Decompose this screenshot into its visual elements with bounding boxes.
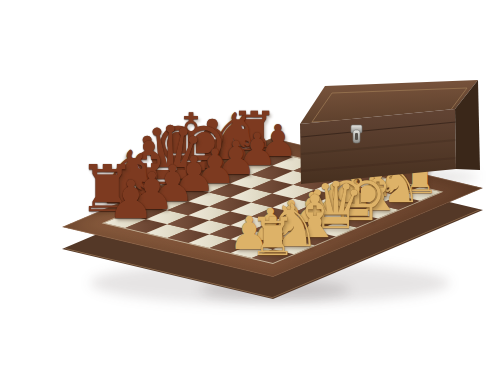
- piece-bp-g7: ♟: [237, 127, 277, 172]
- piece-bp-b7: ♟: [129, 166, 175, 218]
- storage-box: [295, 74, 485, 189]
- piece-bp-c7: ♟: [150, 158, 195, 208]
- piece-br-h8: ♜: [230, 104, 278, 158]
- chess-set-product-photo: ♜♞♝♛♚♝♞♜♟♟♟♟♟♟♟♟♟♟♟♟♟♟♟♟♜♞♝♛♚♝♞♜: [0, 0, 500, 375]
- piece-wn-b1: ♞: [267, 196, 320, 255]
- piece-wp-b2: ♟: [250, 203, 290, 247]
- piece-wr-a1: ♜: [249, 211, 296, 264]
- piece-bb-c8: ♝: [116, 132, 182, 205]
- piece-wp-a2: ♟: [229, 211, 270, 256]
- piece-bn-g8: ♞: [204, 104, 262, 168]
- piece-bp-h7: ♟: [258, 119, 297, 163]
- piece-wb-c1: ♝: [288, 188, 341, 247]
- piece-bp-f7: ♟: [215, 135, 257, 181]
- piece-wp-c2: ♟: [272, 195, 310, 238]
- piece-bp-a7: ♟: [107, 174, 154, 227]
- piece-bp-d7: ♟: [172, 151, 216, 200]
- piece-bp-e7: ♟: [193, 143, 236, 191]
- piece-bq-d8: ♛: [134, 117, 207, 198]
- piece-br-a8: ♜: [78, 158, 136, 223]
- piece-bn-b8: ♞: [95, 141, 161, 214]
- piece-bk-e8: ♚: [152, 103, 230, 190]
- piece-wp-d2: ♟: [294, 188, 331, 230]
- piece-bb-f8: ♝: [182, 110, 243, 178]
